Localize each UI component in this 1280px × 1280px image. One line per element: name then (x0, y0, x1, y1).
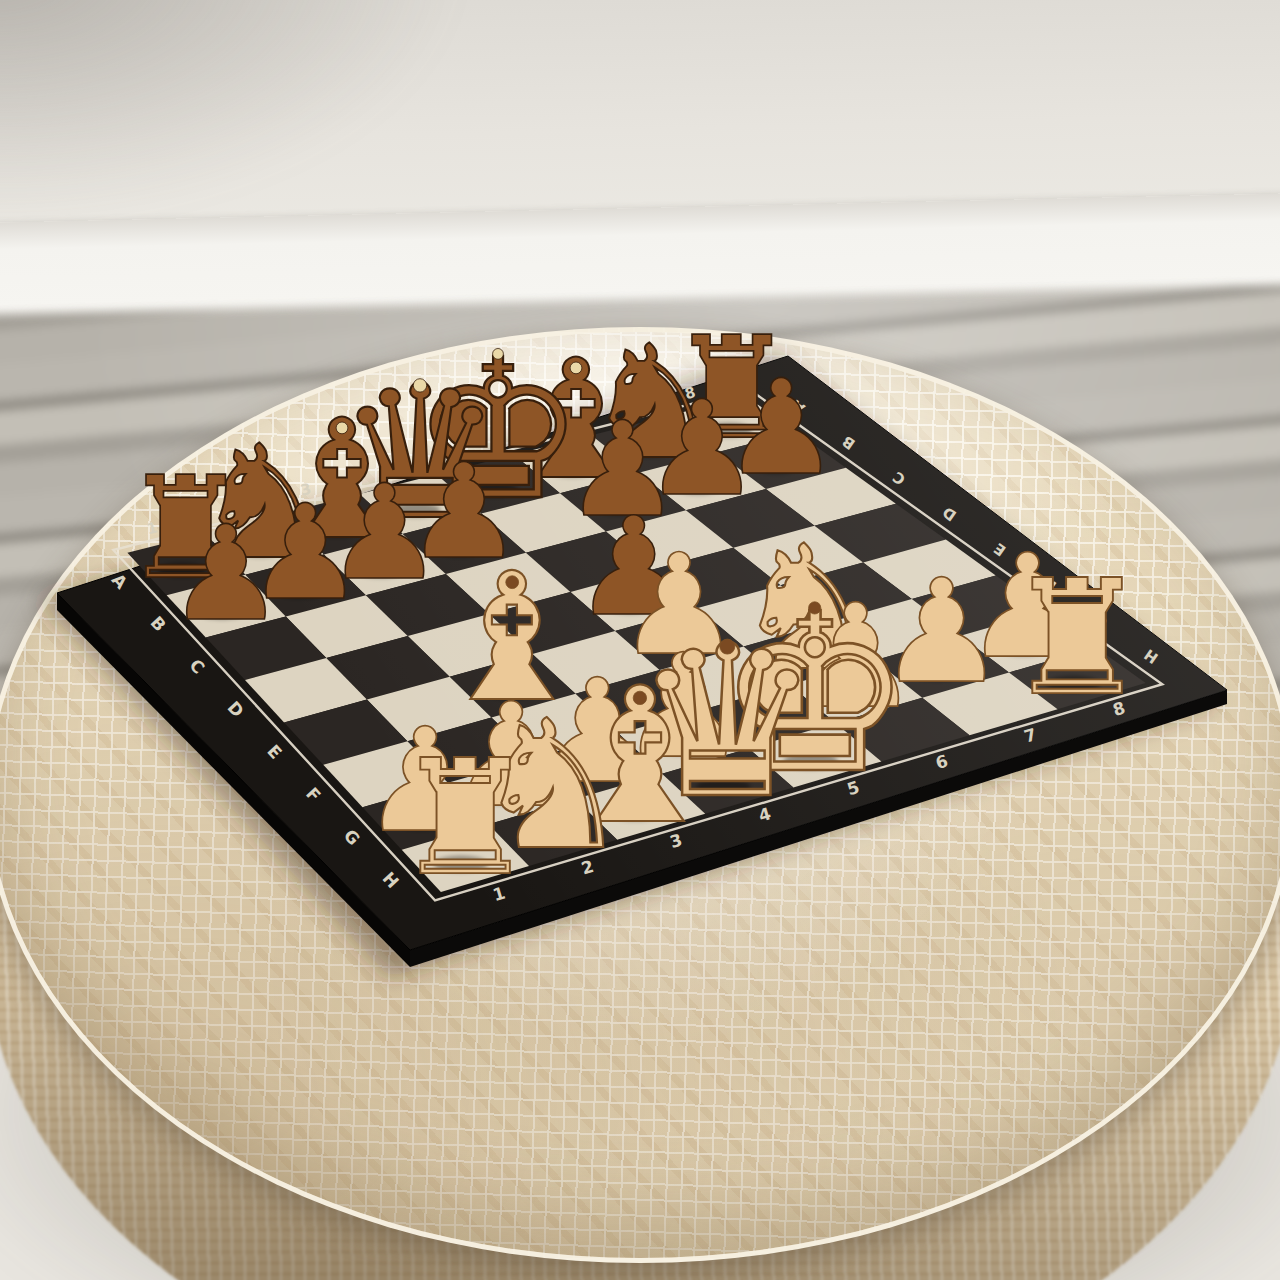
finial-ball (633, 691, 646, 704)
piece-light-rook-h1: ♜ (394, 725, 537, 910)
photo-scene: AA11BB22CC33DD44EE55FF66GG77HH88♜♞♟♝♟♚♟♛… (0, 0, 1280, 1280)
rook-glyph: ♜ (394, 725, 537, 910)
pawn-glyph: ♟ (167, 497, 284, 650)
piece-dark-pawn-b1: ♟ (167, 497, 284, 650)
rook-glyph: ♜ (1006, 545, 1149, 730)
chess-board: AA11BB22CC33DD44EE55FF66GG77HH88♜♞♟♝♟♚♟♛… (0, 0, 1280, 1280)
piece-light-rook-h8: ♜ (1006, 545, 1149, 730)
finial-ball (336, 422, 348, 434)
finial-ball (506, 576, 519, 589)
